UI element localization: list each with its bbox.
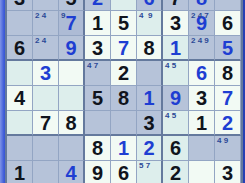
given-digit: 5 [92, 88, 103, 108]
cell-r5c4[interactable]: 5 [85, 86, 111, 111]
cell-r2c3[interactable]: 97 [59, 11, 85, 36]
cell-r6c6[interactable]: 3 [137, 111, 163, 136]
cell-r3c7[interactable]: 1 [163, 36, 189, 61]
cell-r2c4[interactable]: 1 [85, 11, 111, 36]
cell-r3c1[interactable]: 6 [7, 36, 33, 61]
cell-r6c8[interactable]: 1 [189, 111, 215, 136]
given-digit: 6 [170, 138, 181, 158]
cell-r8c7[interactable]: 2 [163, 161, 189, 183]
given-digit: 6 [222, 13, 233, 33]
cell-r3c6[interactable]: 8 [137, 36, 163, 61]
cell-r1c4[interactable]: 2 [85, 0, 111, 11]
given-digit: 8 [118, 88, 129, 108]
cell-r7c5[interactable]: 1 [111, 136, 137, 161]
cell-r7c7[interactable]: 6 [163, 136, 189, 161]
given-digit: 5 [118, 13, 129, 33]
entered-digit: 7 [118, 38, 129, 58]
entered-digit: 2 [222, 113, 233, 133]
entered-digit: 1 [143, 88, 154, 108]
given-digit: 6 [14, 38, 25, 58]
cell-r8c5[interactable]: 6 [111, 161, 137, 183]
cell-r2c9[interactable]: 6 [215, 11, 241, 36]
given-digit: 9 [92, 163, 103, 183]
cell-r4c8[interactable]: 6 [189, 61, 215, 86]
given-digit: 3 [196, 88, 207, 108]
entered-digit: 1 [170, 38, 181, 58]
given-digit: 3 [222, 163, 233, 183]
cell-r4c4[interactable]: 4 7 [85, 61, 111, 86]
cell-r5c9[interactable]: 7 [215, 86, 241, 111]
cell-r6c2[interactable]: 7 [33, 111, 59, 136]
cell-r1c1[interactable]: 3 [7, 0, 33, 11]
entered-digit: 4 [65, 163, 76, 183]
entered-digit: 7 [222, 88, 233, 108]
cell-r6c7[interactable]: 4 5 [163, 111, 189, 136]
cell-r4c9[interactable]: 8 [215, 61, 241, 86]
cell-r5c2[interactable] [33, 86, 59, 111]
entered-digit: 3 [40, 63, 51, 83]
cell-r5c3[interactable] [59, 86, 85, 111]
cell-r2c2[interactable]: 2 4 [33, 11, 59, 36]
cell-r4c5[interactable]: 2 [111, 61, 137, 86]
entered-digit: 9 [170, 88, 181, 108]
given-digit: 3 [14, 0, 25, 8]
cell-r3c9[interactable]: 5 [215, 36, 241, 61]
given-digit: 3 [92, 38, 103, 58]
cell-r7c3[interactable] [59, 136, 85, 161]
cell-r8c3[interactable]: 4 [59, 161, 85, 183]
entered-digit: 6 [196, 63, 207, 83]
cell-r7c1[interactable] [7, 136, 33, 161]
cell-r6c5[interactable] [111, 111, 137, 136]
cell-r3c3[interactable]: 9 [59, 36, 85, 61]
given-digit: 8 [92, 138, 103, 158]
cell-r8c4[interactable]: 9 [85, 161, 111, 183]
given-digit: 5 [65, 0, 76, 8]
cell-r3c5[interactable]: 7 [111, 36, 137, 61]
cell-r5c8[interactable]: 3 [189, 86, 215, 111]
pencil-marks: 5 7 [139, 161, 150, 170]
cell-r7c9[interactable]: 4 9 [215, 136, 241, 161]
given-digit: 3 [170, 13, 181, 33]
pencil-marks: 4 7 [87, 61, 98, 70]
given-digit: 7 [170, 0, 181, 8]
cell-r7c8[interactable] [189, 136, 215, 161]
cell-r6c1[interactable] [7, 111, 33, 136]
pencil-marks: 4 5 [165, 111, 176, 120]
pencil-marks: 2 4 [35, 36, 46, 45]
pencil-marks: 2 4 7 [191, 11, 209, 20]
entered-digit: 5 [222, 38, 233, 58]
given-digit: 8 [65, 113, 76, 133]
cell-r2c7[interactable]: 3 [163, 11, 189, 36]
cell-r4c7[interactable]: 4 5 [163, 61, 189, 86]
given-digit: 4 [14, 88, 25, 108]
given-digit: 1 [196, 113, 207, 133]
given-digit: 8 [143, 38, 154, 58]
entered-digit: 9 [65, 38, 76, 58]
cell-r3c8[interactable]: 2 4 9 [189, 36, 215, 61]
cell-r7c2[interactable] [33, 136, 59, 161]
cell-r2c5[interactable]: 5 [111, 11, 137, 36]
entered-digit: 1 [118, 138, 129, 158]
given-digit: 1 [14, 163, 25, 183]
pencil-marks: 4 9 [217, 136, 228, 145]
sudoku-window: 3526782 497154 932 4 79662 4937812 4 953… [0, 0, 245, 183]
cell-r8c8[interactable] [189, 161, 215, 183]
cell-r5c7[interactable]: 9 [163, 86, 189, 111]
cell-r6c9[interactable]: 2 [215, 111, 241, 136]
cell-r6c4[interactable] [85, 111, 111, 136]
cell-r5c6[interactable]: 1 [137, 86, 163, 111]
cell-r8c6[interactable]: 5 7 [137, 161, 163, 183]
given-digit: 2 [170, 163, 181, 183]
pencil-marks: 4 5 [165, 61, 176, 70]
cell-r5c1[interactable]: 4 [7, 86, 33, 111]
entered-digit: 8 [196, 0, 207, 8]
cell-r3c4[interactable]: 3 [85, 36, 111, 61]
given-digit: 8 [222, 63, 233, 83]
cell-r7c4[interactable]: 8 [85, 136, 111, 161]
cell-r2c1[interactable] [7, 11, 33, 36]
cell-r6c3[interactable]: 8 [59, 111, 85, 136]
given-digit: 2 [118, 63, 129, 83]
cell-r1c9[interactable] [215, 0, 241, 11]
cell-r8c2[interactable] [33, 161, 59, 183]
cell-r1c3[interactable]: 5 [59, 0, 85, 11]
entered-digit: 2 [92, 0, 103, 8]
cell-r4c1[interactable] [7, 61, 33, 86]
cell-r3c2[interactable]: 2 4 [33, 36, 59, 61]
cell-r4c3[interactable] [59, 61, 85, 86]
cell-r5c5[interactable]: 8 [111, 86, 137, 111]
sudoku-board: 3526782 497154 932 4 79662 4937812 4 953… [5, 0, 243, 183]
cell-r8c1[interactable]: 1 [7, 161, 33, 183]
given-digit: 3 [143, 113, 154, 133]
cell-r1c6[interactable]: 6 [137, 0, 163, 11]
pencil-marks: 9 [61, 11, 65, 20]
pencil-marks: 4 9 [139, 11, 152, 20]
entered-digit: 7 [65, 13, 76, 33]
given-digit: 7 [40, 113, 51, 133]
cell-r2c8[interactable]: 2 4 79 [189, 11, 215, 36]
given-digit: 6 [118, 163, 129, 183]
entered-digit: 2 [143, 138, 154, 158]
cell-r1c5[interactable] [111, 0, 137, 11]
pencil-marks: 2 4 [35, 11, 46, 20]
cell-r2c6[interactable]: 4 9 [137, 11, 163, 36]
cell-r1c7[interactable]: 7 [163, 0, 189, 11]
cell-r1c8[interactable]: 8 [189, 0, 215, 11]
cell-r4c2[interactable]: 3 [33, 61, 59, 86]
given-digit: 1 [92, 13, 103, 33]
cell-r8c9[interactable]: 3 [215, 161, 241, 183]
entered-digit: 6 [143, 0, 154, 8]
pencil-marks: 2 4 9 [191, 36, 209, 45]
cell-r1c2[interactable] [33, 0, 59, 11]
cell-r4c6[interactable] [137, 61, 163, 86]
cell-r7c6[interactable]: 2 [137, 136, 163, 161]
